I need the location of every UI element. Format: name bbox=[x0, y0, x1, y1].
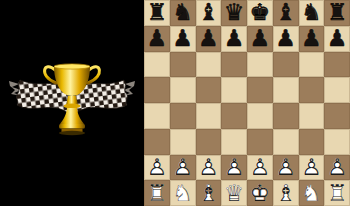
square-b2[interactable]: ♟♙ bbox=[170, 155, 196, 181]
chess-board[interactable]: ♜♞♝♛♚♝♞♜♟♟♟♟♟♟♟♟♟♙♟♙♟♙♟♙♟♙♟♙♟♙♟♙♜♖♞♘♝♗♛♕… bbox=[144, 0, 350, 206]
white-piece-outline-glyph: ♙ bbox=[273, 155, 299, 181]
square-b7[interactable]: ♟ bbox=[170, 26, 196, 52]
trophy-with-checkered-flags-graphic bbox=[6, 55, 138, 151]
square-h3[interactable] bbox=[324, 129, 350, 155]
black-piece-glyph: ♞ bbox=[170, 0, 196, 26]
chess-app-window: ♜♞♝♛♚♝♞♜♟♟♟♟♟♟♟♟♟♙♟♙♟♙♟♙♟♙♟♙♟♙♟♙♜♖♞♘♝♗♛♕… bbox=[0, 0, 350, 206]
black-piece-glyph: ♟ bbox=[273, 26, 299, 52]
piece-black-pawn[interactable]: ♟ bbox=[170, 26, 196, 52]
square-b6[interactable] bbox=[170, 52, 196, 78]
white-piece-outline-glyph: ♙ bbox=[221, 155, 247, 181]
black-piece-glyph: ♛ bbox=[221, 0, 247, 26]
piece-white-pawn[interactable]: ♟♙ bbox=[144, 155, 170, 181]
square-d4[interactable] bbox=[221, 103, 247, 129]
piece-black-queen[interactable]: ♛ bbox=[221, 0, 247, 26]
square-e7[interactable]: ♟ bbox=[247, 26, 273, 52]
white-piece-outline-glyph: ♕ bbox=[221, 180, 247, 206]
piece-white-knight[interactable]: ♞♘ bbox=[299, 180, 325, 206]
white-piece-outline-glyph: ♘ bbox=[170, 180, 196, 206]
square-h4[interactable] bbox=[324, 103, 350, 129]
square-e6[interactable] bbox=[247, 52, 273, 78]
square-c3[interactable] bbox=[196, 129, 222, 155]
square-a3[interactable] bbox=[144, 129, 170, 155]
square-a7[interactable]: ♟ bbox=[144, 26, 170, 52]
piece-white-pawn[interactable]: ♟♙ bbox=[324, 155, 350, 181]
square-f2[interactable]: ♟♙ bbox=[273, 155, 299, 181]
square-f6[interactable] bbox=[273, 52, 299, 78]
square-d2[interactable]: ♟♙ bbox=[221, 155, 247, 181]
white-piece-outline-glyph: ♙ bbox=[170, 155, 196, 181]
piece-white-bishop[interactable]: ♝♗ bbox=[273, 180, 299, 206]
piece-black-king[interactable]: ♚ bbox=[247, 0, 273, 26]
piece-black-pawn[interactable]: ♟ bbox=[144, 26, 170, 52]
square-d3[interactable] bbox=[221, 129, 247, 155]
piece-white-pawn[interactable]: ♟♙ bbox=[247, 155, 273, 181]
square-h2[interactable]: ♟♙ bbox=[324, 155, 350, 181]
white-piece-outline-glyph: ♖ bbox=[324, 180, 350, 206]
piece-black-pawn[interactable]: ♟ bbox=[324, 26, 350, 52]
black-piece-glyph: ♟ bbox=[299, 26, 325, 52]
black-piece-glyph: ♚ bbox=[247, 0, 273, 26]
square-a1[interactable]: ♜♖ bbox=[144, 180, 170, 206]
piece-black-knight[interactable]: ♞ bbox=[170, 0, 196, 26]
square-b1[interactable]: ♞♘ bbox=[170, 180, 196, 206]
piece-black-rook[interactable]: ♜ bbox=[144, 0, 170, 26]
square-h1[interactable]: ♜♖ bbox=[324, 180, 350, 206]
square-a6[interactable] bbox=[144, 52, 170, 78]
square-c5[interactable] bbox=[196, 77, 222, 103]
black-piece-glyph: ♞ bbox=[299, 0, 325, 26]
piece-black-bishop[interactable]: ♝ bbox=[196, 0, 222, 26]
piece-white-pawn[interactable]: ♟♙ bbox=[221, 155, 247, 181]
square-e5[interactable] bbox=[247, 77, 273, 103]
black-piece-glyph: ♟ bbox=[196, 26, 222, 52]
piece-white-bishop[interactable]: ♝♗ bbox=[196, 180, 222, 206]
square-f7[interactable]: ♟ bbox=[273, 26, 299, 52]
square-e1[interactable]: ♚♔ bbox=[247, 180, 273, 206]
square-c4[interactable] bbox=[196, 103, 222, 129]
square-d6[interactable] bbox=[221, 52, 247, 78]
square-b8[interactable]: ♞ bbox=[170, 0, 196, 26]
piece-white-pawn[interactable]: ♟♙ bbox=[299, 155, 325, 181]
piece-white-pawn[interactable]: ♟♙ bbox=[196, 155, 222, 181]
piece-white-pawn[interactable]: ♟♙ bbox=[273, 155, 299, 181]
square-c6[interactable] bbox=[196, 52, 222, 78]
square-b4[interactable] bbox=[170, 103, 196, 129]
square-d7[interactable]: ♟ bbox=[221, 26, 247, 52]
square-b5[interactable] bbox=[170, 77, 196, 103]
white-piece-outline-glyph: ♙ bbox=[196, 155, 222, 181]
square-h5[interactable] bbox=[324, 77, 350, 103]
black-piece-glyph: ♟ bbox=[170, 26, 196, 52]
black-piece-glyph: ♝ bbox=[196, 0, 222, 26]
square-a4[interactable] bbox=[144, 103, 170, 129]
side-panel bbox=[0, 0, 144, 206]
black-piece-glyph: ♟ bbox=[247, 26, 273, 52]
piece-black-pawn[interactable]: ♟ bbox=[221, 26, 247, 52]
square-g2[interactable]: ♟♙ bbox=[299, 155, 325, 181]
square-f5[interactable] bbox=[273, 77, 299, 103]
piece-black-pawn[interactable]: ♟ bbox=[196, 26, 222, 52]
white-piece-outline-glyph: ♙ bbox=[144, 155, 170, 181]
square-h8[interactable]: ♜ bbox=[324, 0, 350, 26]
square-g3[interactable] bbox=[299, 129, 325, 155]
square-c7[interactable]: ♟ bbox=[196, 26, 222, 52]
white-piece-outline-glyph: ♙ bbox=[324, 155, 350, 181]
piece-white-rook[interactable]: ♜♖ bbox=[324, 180, 350, 206]
white-piece-outline-glyph: ♗ bbox=[273, 180, 299, 206]
piece-white-king[interactable]: ♚♔ bbox=[247, 180, 273, 206]
square-g1[interactable]: ♞♘ bbox=[299, 180, 325, 206]
square-e3[interactable] bbox=[247, 129, 273, 155]
piece-white-queen[interactable]: ♛♕ bbox=[221, 180, 247, 206]
piece-white-knight[interactable]: ♞♘ bbox=[170, 180, 196, 206]
square-d1[interactable]: ♛♕ bbox=[221, 180, 247, 206]
square-c2[interactable]: ♟♙ bbox=[196, 155, 222, 181]
square-c8[interactable]: ♝ bbox=[196, 0, 222, 26]
square-d5[interactable] bbox=[221, 77, 247, 103]
white-piece-outline-glyph: ♔ bbox=[247, 180, 273, 206]
square-g5[interactable] bbox=[299, 77, 325, 103]
square-c1[interactable]: ♝♗ bbox=[196, 180, 222, 206]
square-a5[interactable] bbox=[144, 77, 170, 103]
square-g6[interactable] bbox=[299, 52, 325, 78]
square-e8[interactable]: ♚ bbox=[247, 0, 273, 26]
black-piece-glyph: ♜ bbox=[144, 0, 170, 26]
square-d8[interactable]: ♛ bbox=[221, 0, 247, 26]
square-f4[interactable] bbox=[273, 103, 299, 129]
square-f8[interactable]: ♝ bbox=[273, 0, 299, 26]
piece-white-rook[interactable]: ♜♖ bbox=[144, 180, 170, 206]
black-piece-glyph: ♟ bbox=[144, 26, 170, 52]
square-b3[interactable] bbox=[170, 129, 196, 155]
white-piece-outline-glyph: ♖ bbox=[144, 180, 170, 206]
piece-black-pawn[interactable]: ♟ bbox=[273, 26, 299, 52]
white-piece-outline-glyph: ♙ bbox=[247, 155, 273, 181]
piece-black-knight[interactable]: ♞ bbox=[299, 0, 325, 26]
square-f3[interactable] bbox=[273, 129, 299, 155]
square-h7[interactable]: ♟ bbox=[324, 26, 350, 52]
square-g4[interactable] bbox=[299, 103, 325, 129]
white-piece-outline-glyph: ♗ bbox=[196, 180, 222, 206]
square-a2[interactable]: ♟♙ bbox=[144, 155, 170, 181]
square-h6[interactable] bbox=[324, 52, 350, 78]
square-f1[interactable]: ♝♗ bbox=[273, 180, 299, 206]
piece-black-rook[interactable]: ♜ bbox=[324, 0, 350, 26]
black-piece-glyph: ♜ bbox=[324, 0, 350, 26]
square-g8[interactable]: ♞ bbox=[299, 0, 325, 26]
piece-black-pawn[interactable]: ♟ bbox=[299, 26, 325, 52]
white-piece-outline-glyph: ♙ bbox=[299, 155, 325, 181]
square-a8[interactable]: ♜ bbox=[144, 0, 170, 26]
black-piece-glyph: ♟ bbox=[221, 26, 247, 52]
square-e4[interactable] bbox=[247, 103, 273, 129]
piece-white-pawn[interactable]: ♟♙ bbox=[170, 155, 196, 181]
black-piece-glyph: ♟ bbox=[324, 26, 350, 52]
black-piece-glyph: ♝ bbox=[273, 0, 299, 26]
piece-black-bishop[interactable]: ♝ bbox=[273, 0, 299, 26]
white-piece-outline-glyph: ♘ bbox=[299, 180, 325, 206]
square-e2[interactable]: ♟♙ bbox=[247, 155, 273, 181]
square-g7[interactable]: ♟ bbox=[299, 26, 325, 52]
piece-black-pawn[interactable]: ♟ bbox=[247, 26, 273, 52]
